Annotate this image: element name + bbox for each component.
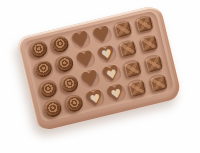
chocolate-rose xyxy=(29,40,49,60)
chocolate-heart-cream: ♥♥ xyxy=(105,82,128,105)
heart-cream-center: ♥ xyxy=(89,92,102,106)
heart-cream-center: ♥ xyxy=(110,87,123,101)
mold-cavity xyxy=(146,71,172,96)
chocolate-square xyxy=(145,55,163,72)
chocolate-rose xyxy=(43,99,63,119)
chocolate-square xyxy=(140,35,158,52)
photo-canvas: ♥♥♥♥♥♥♥♥♥♥♥♥ xyxy=(0,0,200,153)
chocolate-rose xyxy=(64,94,84,114)
mold-grid: ♥♥♥♥♥♥♥♥♥♥♥♥ xyxy=(26,12,171,121)
chocolate-square xyxy=(119,41,137,58)
chocolate-rose xyxy=(55,55,75,75)
chocolate-rose xyxy=(59,74,79,94)
heart-cream-center: ♥ xyxy=(105,67,118,81)
chocolate-square xyxy=(124,60,142,77)
chocolate-square xyxy=(128,80,146,97)
chocolate-heart-cream: ♥♥ xyxy=(84,87,107,110)
chocolate-square xyxy=(114,21,132,38)
chocolate-square xyxy=(149,75,167,92)
mold-inner-plate: ♥♥♥♥♥♥♥♥♥♥♥♥ xyxy=(23,10,175,122)
chocolate-rose xyxy=(38,79,58,99)
chocolate-square xyxy=(135,16,153,33)
chocolate-rose xyxy=(50,35,70,55)
heart-cream-center: ♥ xyxy=(100,48,113,62)
chocolate-rose xyxy=(33,60,53,80)
chocolate-mold-tray: ♥♥♥♥♥♥♥♥♥♥♥♥ xyxy=(16,4,182,132)
